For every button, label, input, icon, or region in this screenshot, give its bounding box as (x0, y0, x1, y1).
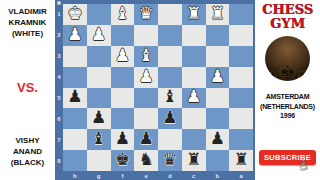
square-h1[interactable]: ♚ (63, 4, 87, 25)
square-g7[interactable]: ♝ (87, 129, 111, 150)
square-h6[interactable] (63, 108, 87, 129)
board-squares: ♚♝♛♜♜♟♟♟♝♟♟♟♝♟♟♟♝♟♟♟♚♞♛♜♜ (63, 4, 253, 171)
piece-black-rook: ♜ (186, 151, 201, 168)
chess-board-panel: 12345678 ♚♝♛♜♜♟♟♟♝♟♟♟♝♟♟♟♝♟♟♟♚♞♛♜♜ hgfed… (55, 0, 255, 180)
piece-white-pawn: ♟ (139, 68, 154, 85)
square-e1[interactable]: ♛ (134, 4, 158, 25)
piece-black-rook: ♜ (234, 151, 249, 168)
piece-white-pawn: ♟ (115, 47, 130, 64)
file-labels: hgfedcba (63, 171, 253, 180)
square-b1[interactable]: ♜ (206, 4, 230, 25)
file-label-b: b (206, 171, 230, 180)
piece-black-king: ♚ (115, 151, 130, 168)
square-f4[interactable] (111, 67, 135, 88)
square-c5[interactable]: ♟ (182, 88, 206, 109)
square-g3[interactable] (87, 46, 111, 67)
subscribe-button[interactable]: SUBSCRIBE (259, 150, 316, 165)
vs-label: VS. (0, 80, 55, 95)
rank-label-7: 7 (55, 129, 63, 150)
square-e8[interactable]: ♞ (134, 150, 158, 171)
logo-pawn-icon: ♟ (267, 70, 279, 81)
square-d7[interactable] (158, 129, 182, 150)
channel-name: CHESS GYM (255, 3, 320, 31)
square-c7[interactable] (182, 129, 206, 150)
square-e4[interactable]: ♟ (134, 67, 158, 88)
square-e5[interactable] (134, 88, 158, 109)
white-player-line2: KRAMNIK (0, 17, 55, 28)
square-b5[interactable] (206, 88, 230, 109)
square-g8[interactable] (87, 150, 111, 171)
piece-white-pawn: ♟ (67, 26, 82, 43)
rank-labels: 12345678 (55, 4, 63, 171)
square-d2[interactable] (158, 25, 182, 46)
square-h2[interactable]: ♟ (63, 25, 87, 46)
square-d1[interactable] (158, 4, 182, 25)
square-g6[interactable]: ♟ (87, 108, 111, 129)
square-c3[interactable] (182, 46, 206, 67)
square-a8[interactable]: ♜ (229, 150, 253, 171)
piece-black-knight: ♞ (139, 151, 154, 168)
black-player-line3: (BLACK) (0, 157, 55, 168)
white-player-name: VLADIMIR KRAMNIK (WHITE) (0, 6, 55, 39)
square-d8[interactable]: ♛ (158, 150, 182, 171)
square-h5[interactable]: ♟ (63, 88, 87, 109)
rank-label-4: 4 (55, 67, 63, 88)
square-f7[interactable]: ♟ (111, 129, 135, 150)
file-label-c: c (182, 171, 206, 180)
square-a2[interactable] (229, 25, 253, 46)
square-a3[interactable] (229, 46, 253, 67)
piece-black-pawn: ♟ (162, 109, 177, 126)
white-player-line1: VLADIMIR (0, 6, 55, 17)
square-g4[interactable] (87, 67, 111, 88)
piece-white-bishop: ♝ (115, 5, 130, 22)
square-a1[interactable] (229, 4, 253, 25)
piece-white-pawn: ♟ (186, 88, 201, 105)
square-b6[interactable] (206, 108, 230, 129)
square-f5[interactable] (111, 88, 135, 109)
square-b3[interactable] (206, 46, 230, 67)
square-e6[interactable] (134, 108, 158, 129)
channel-name-line2: GYM (255, 17, 320, 31)
square-b7[interactable]: ♟ (206, 129, 230, 150)
square-c4[interactable] (182, 67, 206, 88)
event-line2: (NETHERLANDS) (255, 102, 320, 112)
black-player-line1: VISHY (0, 135, 55, 146)
piece-white-rook: ♜ (186, 5, 201, 22)
square-b8[interactable] (206, 150, 230, 171)
square-g1[interactable] (87, 4, 111, 25)
logo-king-icon: ♚ (279, 63, 297, 81)
square-h3[interactable] (63, 46, 87, 67)
event-info: AMSTERDAM (NETHERLANDS) 1996 (255, 92, 320, 121)
left-panel: VLADIMIR KRAMNIK (WHITE) VS. VISHY ANAND… (0, 0, 55, 180)
event-line3: 1996 (255, 111, 320, 121)
square-e7[interactable]: ♟ (134, 129, 158, 150)
channel-name-line1: CHESS (255, 3, 320, 17)
right-panel: CHESS GYM ♟♚♜ AMSTERDAM (NETHERLANDS) 19… (255, 0, 320, 180)
square-b2[interactable] (206, 25, 230, 46)
black-player-line2: ANAND (0, 146, 55, 157)
square-c1[interactable]: ♜ (182, 4, 206, 25)
rank-label-8: 8 (55, 150, 63, 171)
event-line1: AMSTERDAM (255, 92, 320, 102)
square-f2[interactable] (111, 25, 135, 46)
channel-logo: ♟♚♜ (265, 36, 310, 81)
square-b4[interactable]: ♟ (206, 67, 230, 88)
piece-white-pawn: ♟ (91, 26, 106, 43)
square-d5[interactable]: ♝ (158, 88, 182, 109)
square-c2[interactable] (182, 25, 206, 46)
file-label-g: g (87, 171, 111, 180)
square-f1[interactable]: ♝ (111, 4, 135, 25)
file-label-e: e (134, 171, 158, 180)
square-a7[interactable] (229, 129, 253, 150)
file-label-h: h (63, 171, 87, 180)
square-f8[interactable]: ♚ (111, 150, 135, 171)
square-d3[interactable] (158, 46, 182, 67)
file-label-a: a (229, 171, 253, 180)
square-h7[interactable] (63, 129, 87, 150)
square-h8[interactable] (63, 150, 87, 171)
piece-black-bishop: ♝ (91, 130, 106, 147)
rank-label-2: 2 (55, 25, 63, 46)
square-e3[interactable]: ♝ (134, 46, 158, 67)
square-a5[interactable] (229, 88, 253, 109)
square-f3[interactable]: ♟ (111, 46, 135, 67)
square-c8[interactable]: ♜ (182, 150, 206, 171)
square-c6[interactable] (182, 108, 206, 129)
square-e2[interactable] (134, 25, 158, 46)
black-player-name: VISHY ANAND (BLACK) (0, 135, 55, 168)
square-d4[interactable] (158, 67, 182, 88)
square-a4[interactable] (229, 67, 253, 88)
piece-black-pawn: ♟ (115, 130, 130, 147)
piece-white-pawn: ♟ (210, 68, 225, 85)
square-g5[interactable] (87, 88, 111, 109)
rank-label-3: 3 (55, 46, 63, 67)
piece-black-queen: ♛ (162, 151, 177, 168)
rank-label-1: 1 (55, 4, 63, 25)
square-h4[interactable] (63, 67, 87, 88)
piece-black-pawn: ♟ (139, 130, 154, 147)
logo-rook-icon: ♜ (296, 70, 308, 81)
piece-black-pawn: ♟ (210, 130, 225, 147)
piece-white-queen: ♛ (139, 5, 154, 22)
square-g2[interactable]: ♟ (87, 25, 111, 46)
file-label-f: f (111, 171, 135, 180)
square-a6[interactable] (229, 108, 253, 129)
rank-label-5: 5 (55, 88, 63, 109)
piece-black-pawn: ♟ (91, 109, 106, 126)
piece-white-bishop: ♝ (139, 47, 154, 64)
square-d6[interactable]: ♟ (158, 108, 182, 129)
rank-label-6: 6 (55, 108, 63, 129)
thumbnail-root: VLADIMIR KRAMNIK (WHITE) VS. VISHY ANAND… (0, 0, 320, 180)
piece-black-pawn: ♟ (67, 88, 82, 105)
piece-black-bishop: ♝ (162, 88, 177, 105)
piece-white-king: ♚ (67, 5, 82, 22)
white-player-line3: (WHITE) (0, 28, 55, 39)
piece-white-rook: ♜ (210, 5, 225, 22)
square-f6[interactable] (111, 108, 135, 129)
file-label-d: d (158, 171, 182, 180)
